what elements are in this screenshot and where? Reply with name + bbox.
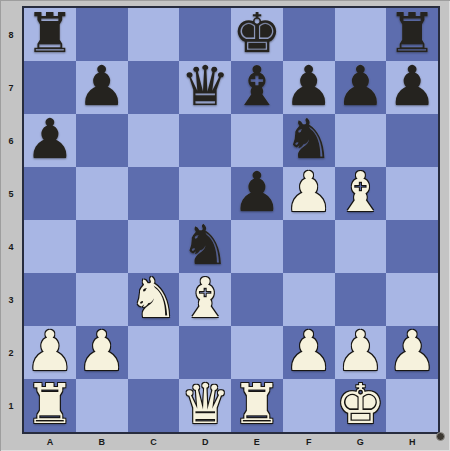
chess-board[interactable]: ♜♚♜♟♛♝♟♟♟♟♞♟♟♝♞♞♝♟♟♟♟♟♜♛♜♚ (24, 8, 438, 432)
square-c1[interactable] (128, 379, 180, 432)
square-h6[interactable] (386, 114, 438, 167)
rank-label-3: 3 (0, 273, 22, 326)
piece-white-pawn[interactable]: ♟ (284, 165, 333, 220)
piece-white-pawn[interactable]: ♟ (25, 324, 74, 379)
square-h5[interactable] (386, 167, 438, 220)
file-label-e: E (231, 434, 283, 450)
square-d7[interactable]: ♛ (179, 61, 231, 114)
piece-black-knight[interactable]: ♞ (180, 218, 229, 273)
square-f4[interactable] (283, 220, 335, 273)
file-label-h: H (386, 434, 438, 450)
square-g1[interactable]: ♚ (335, 379, 387, 432)
piece-black-rook[interactable]: ♜ (387, 6, 436, 61)
square-g7[interactable]: ♟ (335, 61, 387, 114)
square-h1[interactable] (386, 379, 438, 432)
piece-black-pawn[interactable]: ♟ (336, 59, 385, 114)
piece-white-bishop[interactable]: ♝ (180, 271, 229, 326)
piece-black-queen[interactable]: ♛ (180, 59, 229, 114)
rank-label-2: 2 (0, 326, 22, 379)
piece-white-pawn[interactable]: ♟ (336, 324, 385, 379)
file-label-b: B (76, 434, 128, 450)
file-label-d: D (179, 434, 231, 450)
square-b7[interactable]: ♟ (76, 61, 128, 114)
square-g5[interactable]: ♝ (335, 167, 387, 220)
piece-white-pawn[interactable]: ♟ (387, 324, 436, 379)
square-g4[interactable] (335, 220, 387, 273)
square-h7[interactable]: ♟ (386, 61, 438, 114)
square-c3[interactable]: ♞ (128, 273, 180, 326)
square-a6[interactable]: ♟ (24, 114, 76, 167)
square-e4[interactable] (231, 220, 283, 273)
piece-black-knight[interactable]: ♞ (284, 112, 333, 167)
square-b4[interactable] (76, 220, 128, 273)
square-c8[interactable] (128, 8, 180, 61)
square-f2[interactable]: ♟ (283, 326, 335, 379)
square-e3[interactable] (231, 273, 283, 326)
rank-label-8: 8 (0, 8, 22, 61)
piece-white-queen[interactable]: ♛ (180, 377, 229, 432)
piece-black-pawn[interactable]: ♟ (25, 112, 74, 167)
square-c6[interactable] (128, 114, 180, 167)
square-f1[interactable] (283, 379, 335, 432)
board-frame: ♜♚♜♟♛♝♟♟♟♟♞♟♟♝♞♞♝♟♟♟♟♟♜♛♜♚ (22, 6, 440, 434)
file-label-g: G (335, 434, 387, 450)
rank-label-4: 4 (0, 220, 22, 273)
file-label-f: F (283, 434, 335, 450)
rank-label-1: 1 (0, 379, 22, 432)
square-b5[interactable] (76, 167, 128, 220)
file-label-c: C (128, 434, 180, 450)
piece-black-bishop[interactable]: ♝ (232, 59, 281, 114)
file-label-a: A (24, 434, 76, 450)
chess-board-widget: 87654321 ♜♚♜♟♛♝♟♟♟♟♞♟♟♝♞♞♝♟♟♟♟♟♜♛♜♚ ABCD… (0, 0, 450, 451)
piece-black-rook[interactable]: ♜ (25, 6, 74, 61)
piece-white-pawn[interactable]: ♟ (284, 324, 333, 379)
square-b1[interactable] (76, 379, 128, 432)
square-c5[interactable] (128, 167, 180, 220)
piece-black-pawn[interactable]: ♟ (77, 59, 126, 114)
piece-black-pawn[interactable]: ♟ (387, 59, 436, 114)
square-f5[interactable]: ♟ (283, 167, 335, 220)
piece-black-pawn[interactable]: ♟ (232, 165, 281, 220)
square-a1[interactable]: ♜ (24, 379, 76, 432)
piece-white-rook[interactable]: ♜ (25, 377, 74, 432)
square-c2[interactable] (128, 326, 180, 379)
square-h2[interactable]: ♟ (386, 326, 438, 379)
rank-label-6: 6 (0, 114, 22, 167)
square-h4[interactable] (386, 220, 438, 273)
square-d1[interactable]: ♛ (179, 379, 231, 432)
square-a5[interactable] (24, 167, 76, 220)
piece-black-pawn[interactable]: ♟ (284, 59, 333, 114)
file-labels: ABCDEFGH (24, 434, 438, 450)
piece-white-bishop[interactable]: ♝ (336, 165, 385, 220)
square-b6[interactable] (76, 114, 128, 167)
rank-label-5: 5 (0, 167, 22, 220)
square-e5[interactable]: ♟ (231, 167, 283, 220)
piece-white-rook[interactable]: ♜ (232, 377, 281, 432)
piece-white-king[interactable]: ♚ (336, 377, 385, 432)
square-c7[interactable] (128, 61, 180, 114)
square-e7[interactable]: ♝ (231, 61, 283, 114)
piece-black-king[interactable]: ♚ (232, 6, 281, 61)
square-a8[interactable]: ♜ (24, 8, 76, 61)
rank-labels: 87654321 (0, 8, 22, 432)
square-d3[interactable]: ♝ (179, 273, 231, 326)
rank-label-7: 7 (0, 61, 22, 114)
piece-white-knight[interactable]: ♞ (129, 271, 178, 326)
turn-indicator-dot (436, 432, 445, 441)
square-d6[interactable] (179, 114, 231, 167)
square-a4[interactable] (24, 220, 76, 273)
piece-white-pawn[interactable]: ♟ (77, 324, 126, 379)
square-e1[interactable]: ♜ (231, 379, 283, 432)
square-b2[interactable]: ♟ (76, 326, 128, 379)
